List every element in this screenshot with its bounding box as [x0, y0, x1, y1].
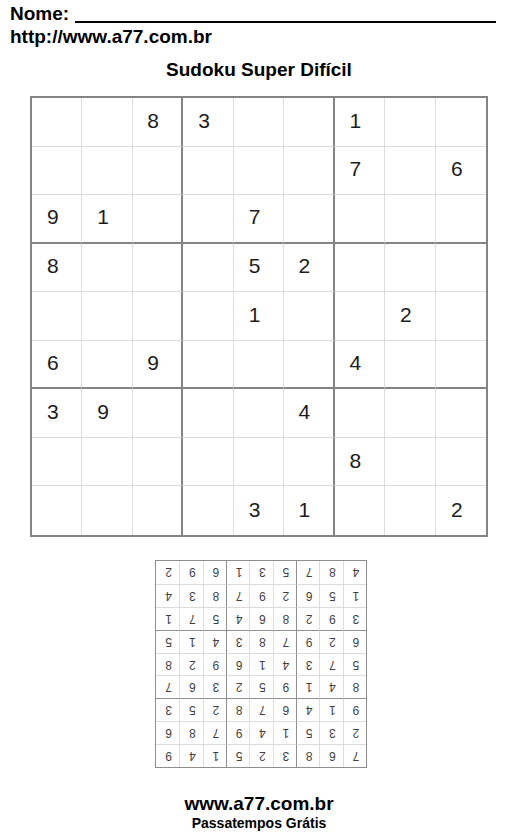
puzzle-cell-r9c8[interactable]: [385, 486, 435, 535]
solution-cell-r7c8: 7: [179, 607, 202, 630]
solution-cell-r9c6: 1: [226, 561, 249, 584]
solution-cell-r3c7: 2: [203, 698, 226, 721]
puzzle-cell-digit: 7: [350, 157, 362, 181]
puzzle-cell-r6c3: 9: [133, 341, 183, 390]
solution-cell-r8c3: 6: [296, 584, 319, 607]
solution-cell-r2c2: 3: [319, 721, 342, 744]
puzzle-cell-r8c1[interactable]: [32, 438, 82, 487]
solution-cell-digit: 8: [283, 612, 290, 626]
puzzle-cell-r2c8[interactable]: [385, 147, 435, 196]
solution-cell-digit: 8: [189, 726, 196, 740]
solution-cell-digit: 6: [189, 680, 196, 694]
solution-cell-r9c8: 9: [179, 561, 202, 584]
solution-cell-r1c5: 2: [249, 744, 272, 767]
puzzle-cell-digit: 3: [47, 400, 59, 424]
solution-cell-r6c1: 6: [343, 630, 366, 653]
puzzle-cell-r6c4[interactable]: [183, 341, 233, 390]
solution-cell-digit: 7: [189, 612, 196, 626]
solution-cell-r6c8: 1: [179, 630, 202, 653]
solution-cell-r4c6: 2: [226, 675, 249, 698]
puzzle-cell-r2c2[interactable]: [82, 147, 132, 196]
puzzle-cell-r7c1: 3: [32, 389, 82, 438]
puzzle-cell-r3c7[interactable]: [335, 195, 385, 244]
puzzle-cell-r9c1[interactable]: [32, 486, 82, 535]
puzzle-cell-r6c7: 4: [335, 341, 385, 390]
solution-cell-digit: 3: [353, 612, 360, 626]
puzzle-cell-r2c3[interactable]: [133, 147, 183, 196]
puzzle-cell-r1c1[interactable]: [32, 98, 82, 147]
solution-cell-digit: 3: [259, 565, 266, 579]
puzzle-cell-digit: 2: [451, 498, 463, 522]
puzzle-cell-r2c1[interactable]: [32, 147, 82, 196]
solution-cell-digit: 1: [189, 635, 196, 649]
solution-cell-r2c4: 1: [273, 721, 296, 744]
puzzle-cell-r1c3: 8: [133, 98, 183, 147]
puzzle-cell-digit: 1: [299, 498, 311, 522]
solution-cell-r3c3: 4: [296, 698, 319, 721]
puzzle-cell-r5c4[interactable]: [183, 292, 233, 341]
solution-cell-digit: 3: [213, 680, 220, 694]
sudoku-solution-grid-rotated: 7683251492351497869146782538419523675734…: [155, 560, 367, 768]
solution-cell-r5c3: 3: [296, 653, 319, 676]
puzzle-cell-r1c2[interactable]: [82, 98, 132, 147]
solution-cell-r3c8: 5: [179, 698, 202, 721]
solution-cell-r4c2: 4: [319, 675, 342, 698]
solution-cell-digit: 4: [306, 703, 313, 717]
solution-cell-digit: 5: [329, 589, 336, 603]
solution-cell-digit: 1: [213, 749, 220, 763]
puzzle-cell-r7c4[interactable]: [183, 389, 233, 438]
puzzle-cell-r8c9[interactable]: [436, 438, 486, 487]
solution-cell-r5c4: 4: [273, 653, 296, 676]
solution-cell-digit: 3: [329, 726, 336, 740]
solution-cell-digit: 9: [353, 703, 360, 717]
puzzle-cell-r3c9[interactable]: [436, 195, 486, 244]
solution-cell-r9c4: 5: [273, 561, 296, 584]
name-input-line[interactable]: [75, 4, 496, 23]
solution-cell-r7c4: 8: [273, 607, 296, 630]
solution-cell-r4c9: 7: [156, 675, 179, 698]
puzzle-cell-r6c9[interactable]: [436, 341, 486, 390]
puzzle-cell-r2c4[interactable]: [183, 147, 233, 196]
solution-cell-r5c9: 8: [156, 653, 179, 676]
solution-cell-digit: 2: [283, 589, 290, 603]
solution-cell-digit: 4: [283, 658, 290, 672]
puzzle-cell-r1c7: 1: [335, 98, 385, 147]
solution-cell-r1c2: 6: [319, 744, 342, 767]
solution-cell-digit: 4: [165, 589, 172, 603]
solution-cell-r2c3: 5: [296, 721, 319, 744]
puzzle-cell-r4c7[interactable]: [335, 244, 385, 293]
solution-cell-r7c5: 6: [249, 607, 272, 630]
puzzle-cell-r9c2[interactable]: [82, 486, 132, 535]
solution-cell-digit: 4: [259, 726, 266, 740]
solution-cell-digit: 7: [259, 703, 266, 717]
puzzle-cell-digit: 6: [451, 157, 463, 181]
puzzle-cell-r8c7: 8: [335, 438, 385, 487]
puzzle-cell-r2c5[interactable]: [234, 147, 284, 196]
solution-cell-digit: 5: [283, 565, 290, 579]
solution-cell-digit: 8: [306, 749, 313, 763]
puzzle-cell-r8c3[interactable]: [133, 438, 183, 487]
puzzle-cell-r5c9[interactable]: [436, 292, 486, 341]
puzzle-cell-r4c5: 5: [234, 244, 284, 293]
solution-cell-digit: 8: [165, 658, 172, 672]
puzzle-cell-r6c6[interactable]: [284, 341, 334, 390]
solution-cell-digit: 9: [283, 680, 290, 694]
solution-cell-digit: 6: [165, 726, 172, 740]
puzzle-cell-r8c2[interactable]: [82, 438, 132, 487]
puzzle-cell-r7c3[interactable]: [133, 389, 183, 438]
solution-cell-r1c4: 3: [273, 744, 296, 767]
puzzle-cell-r2c7: 7: [335, 147, 385, 196]
puzzle-cell-r3c3[interactable]: [133, 195, 183, 244]
solution-cell-r8c2: 5: [319, 584, 342, 607]
solution-cell-digit: 7: [236, 589, 243, 603]
solution-cell-r2c6: 9: [226, 721, 249, 744]
solution-cell-r3c2: 1: [319, 698, 342, 721]
puzzle-cell-digit: 3: [198, 109, 210, 133]
puzzle-cell-r9c9: 2: [436, 486, 486, 535]
solution-cell-digit: 2: [259, 749, 266, 763]
footer-site-text: www.a77.com.br: [0, 793, 518, 815]
puzzle-cell-r2c6[interactable]: [284, 147, 334, 196]
solution-cell-r6c6: 3: [226, 630, 249, 653]
solution-cell-r9c3: 7: [296, 561, 319, 584]
solution-cell-digit: 2: [329, 635, 336, 649]
puzzle-cell-r9c4[interactable]: [183, 486, 233, 535]
puzzle-cell-r3c8[interactable]: [385, 195, 435, 244]
solution-cell-digit: 6: [353, 635, 360, 649]
solution-cell-r7c1: 3: [343, 607, 366, 630]
solution-cell-digit: 3: [306, 658, 313, 672]
solution-cell-r2c9: 6: [156, 721, 179, 744]
puzzle-cell-digit: 1: [350, 109, 362, 133]
solution-cell-r1c3: 8: [296, 744, 319, 767]
puzzle-cell-digit: 8: [350, 449, 362, 473]
solution-cell-digit: 2: [353, 726, 360, 740]
solution-cell-digit: 1: [283, 726, 290, 740]
solution-cell-r8c8: 3: [179, 584, 202, 607]
solution-cell-digit: 9: [213, 658, 220, 672]
solution-cell-r7c7: 5: [203, 607, 226, 630]
solution-cell-digit: 9: [259, 589, 266, 603]
solution-cell-digit: 8: [353, 680, 360, 694]
solution-cell-r4c8: 6: [179, 675, 202, 698]
solution-cell-digit: 7: [306, 565, 313, 579]
solution-cell-digit: 9: [306, 635, 313, 649]
puzzle-cell-digit: 2: [400, 303, 412, 327]
solution-cell-digit: 9: [189, 565, 196, 579]
solution-cell-r7c9: 1: [156, 607, 179, 630]
solution-cell-digit: 9: [329, 612, 336, 626]
solution-cell-r6c7: 4: [203, 630, 226, 653]
site-url-text: http://www.a77.com.br: [10, 26, 212, 48]
puzzle-cell-r4c6: 2: [284, 244, 334, 293]
solution-cell-digit: 1: [306, 680, 313, 694]
solution-cell-digit: 8: [213, 589, 220, 603]
solution-cell-digit: 3: [189, 589, 196, 603]
puzzle-cell-r3c5: 7: [234, 195, 284, 244]
solution-cell-r1c9: 9: [156, 744, 179, 767]
puzzle-cell-r6c5[interactable]: [234, 341, 284, 390]
puzzle-cell-r6c8[interactable]: [385, 341, 435, 390]
puzzle-cell-r4c4[interactable]: [183, 244, 233, 293]
puzzle-cell-r3c2: 1: [82, 195, 132, 244]
solution-cell-r4c5: 5: [249, 675, 272, 698]
solution-cell-r7c3: 2: [296, 607, 319, 630]
puzzle-cell-r5c2[interactable]: [82, 292, 132, 341]
puzzle-cell-r3c6[interactable]: [284, 195, 334, 244]
solution-cell-r9c7: 6: [203, 561, 226, 584]
puzzle-cell-r9c3[interactable]: [133, 486, 183, 535]
solution-cell-r6c2: 2: [319, 630, 342, 653]
solution-cell-digit: 8: [329, 565, 336, 579]
solution-cell-r5c8: 2: [179, 653, 202, 676]
solution-cell-r2c1: 2: [343, 721, 366, 744]
solution-cell-digit: 1: [259, 658, 266, 672]
puzzle-cell-r6c1: 6: [32, 341, 82, 390]
solution-cell-digit: 4: [236, 612, 243, 626]
puzzle-cell-digit: 5: [249, 254, 261, 278]
puzzle-cell-r4c8[interactable]: [385, 244, 435, 293]
puzzle-cell-r8c6[interactable]: [284, 438, 334, 487]
solution-cell-r3c9: 3: [156, 698, 179, 721]
solution-cell-r9c5: 3: [249, 561, 272, 584]
puzzle-cell-r7c2: 9: [82, 389, 132, 438]
solution-cell-digit: 7: [213, 726, 220, 740]
puzzle-cell-r4c2[interactable]: [82, 244, 132, 293]
solution-cell-digit: 4: [329, 680, 336, 694]
puzzle-cell-r2c9: 6: [436, 147, 486, 196]
solution-cell-digit: 2: [306, 612, 313, 626]
solution-cell-r5c5: 1: [249, 653, 272, 676]
puzzle-cell-r3c1: 9: [32, 195, 82, 244]
puzzle-cell-r5c5: 1: [234, 292, 284, 341]
name-label: Nome:: [10, 3, 69, 25]
solution-cell-digit: 4: [213, 635, 220, 649]
solution-cell-digit: 2: [165, 565, 172, 579]
puzzle-cell-r6c2[interactable]: [82, 341, 132, 390]
puzzle-cell-digit: 9: [97, 400, 109, 424]
solution-cell-r4c7: 3: [203, 675, 226, 698]
solution-cell-digit: 5: [306, 726, 313, 740]
solution-cell-digit: 5: [165, 635, 172, 649]
solution-cell-r1c6: 5: [226, 744, 249, 767]
puzzle-cell-digit: 4: [299, 400, 311, 424]
puzzle-cell-r9c5: 3: [234, 486, 284, 535]
puzzle-cell-r7c5[interactable]: [234, 389, 284, 438]
solution-cell-r4c4: 9: [273, 675, 296, 698]
solution-cell-digit: 8: [259, 635, 266, 649]
puzzle-cell-r7c8[interactable]: [385, 389, 435, 438]
solution-cell-r1c7: 1: [203, 744, 226, 767]
solution-cell-digit: 7: [329, 658, 336, 672]
solution-cell-r6c9: 5: [156, 630, 179, 653]
solution-cell-r5c7: 9: [203, 653, 226, 676]
solution-cell-digit: 6: [329, 749, 336, 763]
puzzle-cell-r4c3[interactable]: [133, 244, 183, 293]
solution-cell-digit: 5: [236, 749, 243, 763]
puzzle-cell-r8c5[interactable]: [234, 438, 284, 487]
footer: www.a77.com.br Passatempos Grátis: [0, 793, 518, 832]
puzzle-cell-digit: 1: [97, 205, 109, 229]
puzzle-cell-r5c1[interactable]: [32, 292, 82, 341]
solution-cell-digit: 6: [259, 612, 266, 626]
sudoku-puzzle-grid: 83176917852126943948312: [30, 96, 488, 537]
solution-cell-digit: 1: [236, 565, 243, 579]
puzzle-cell-r9c6: 1: [284, 486, 334, 535]
solution-cell-r6c3: 9: [296, 630, 319, 653]
solution-cell-digit: 5: [353, 658, 360, 672]
solution-cell-r6c5: 8: [249, 630, 272, 653]
solution-cell-digit: 7: [353, 749, 360, 763]
solution-cell-digit: 3: [165, 703, 172, 717]
puzzle-cell-r9c7[interactable]: [335, 486, 385, 535]
solution-cell-digit: 6: [213, 565, 220, 579]
solution-cell-digit: 7: [283, 635, 290, 649]
solution-cell-r4c1: 8: [343, 675, 366, 698]
puzzle-cell-r5c7[interactable]: [335, 292, 385, 341]
solution-cell-r3c4: 6: [273, 698, 296, 721]
solution-cell-r2c5: 4: [249, 721, 272, 744]
puzzle-cell-digit: 2: [299, 254, 311, 278]
solution-cell-digit: 6: [306, 589, 313, 603]
puzzle-cell-digit: 9: [47, 205, 59, 229]
puzzle-cell-r1c9[interactable]: [436, 98, 486, 147]
puzzle-cell-r7c9[interactable]: [436, 389, 486, 438]
puzzle-cell-r3c4[interactable]: [183, 195, 233, 244]
puzzle-cell-digit: 4: [350, 351, 362, 375]
solution-cell-r9c2: 8: [319, 561, 342, 584]
puzzle-cell-r4c1: 8: [32, 244, 82, 293]
solution-cell-r3c6: 8: [226, 698, 249, 721]
puzzle-cell-digit: 6: [47, 351, 59, 375]
solution-cell-r9c1: 4: [343, 561, 366, 584]
solution-cell-r5c1: 5: [343, 653, 366, 676]
puzzle-cell-r7c6: 4: [284, 389, 334, 438]
solution-cell-r8c7: 8: [203, 584, 226, 607]
solution-cell-digit: 4: [353, 565, 360, 579]
puzzle-cell-r8c8[interactable]: [385, 438, 435, 487]
puzzle-title: Sudoku Super Difícil: [0, 59, 518, 81]
solution-cell-digit: 3: [236, 635, 243, 649]
puzzle-cell-digit: 7: [249, 205, 261, 229]
solution-cell-r8c6: 7: [226, 584, 249, 607]
solution-cell-digit: 5: [213, 612, 220, 626]
solution-cell-digit: 2: [189, 658, 196, 672]
solution-cell-digit: 9: [236, 726, 243, 740]
solution-cell-digit: 1: [353, 589, 360, 603]
puzzle-cell-r1c8[interactable]: [385, 98, 435, 147]
puzzle-cell-digit: 1: [249, 303, 261, 327]
solution-cell-r1c1: 7: [343, 744, 366, 767]
puzzle-cell-digit: 8: [147, 109, 159, 133]
puzzle-cell-r7c7[interactable]: [335, 389, 385, 438]
solution-cell-r9c9: 2: [156, 561, 179, 584]
solution-cell-r8c5: 9: [249, 584, 272, 607]
solution-cell-digit: 6: [283, 703, 290, 717]
solution-cell-digit: 2: [213, 703, 220, 717]
solution-cell-digit: 3: [283, 749, 290, 763]
solution-cell-r8c1: 1: [343, 584, 366, 607]
solution-cell-r8c9: 4: [156, 584, 179, 607]
solution-cell-r2c8: 8: [179, 721, 202, 744]
solution-cell-digit: 5: [259, 680, 266, 694]
puzzle-cell-digit: 9: [147, 351, 159, 375]
puzzle-cell-r5c8: 2: [385, 292, 435, 341]
puzzle-cell-r8c4[interactable]: [183, 438, 233, 487]
puzzle-cell-r5c3[interactable]: [133, 292, 183, 341]
puzzle-cell-r1c5[interactable]: [234, 98, 284, 147]
puzzle-cell-r5c6[interactable]: [284, 292, 334, 341]
puzzle-cell-r1c6[interactable]: [284, 98, 334, 147]
puzzle-cell-r4c9[interactable]: [436, 244, 486, 293]
solution-cell-r4c3: 1: [296, 675, 319, 698]
solution-cell-digit: 9: [165, 749, 172, 763]
solution-cell-digit: 1: [165, 612, 172, 626]
solution-cell-r6c4: 7: [273, 630, 296, 653]
solution-cell-r7c6: 4: [226, 607, 249, 630]
solution-cell-digit: 5: [189, 703, 196, 717]
solution-cell-r3c1: 9: [343, 698, 366, 721]
solution-cell-digit: 7: [165, 680, 172, 694]
solution-cell-digit: 6: [236, 658, 243, 672]
solution-cell-r1c8: 4: [179, 744, 202, 767]
puzzle-cell-r1c4: 3: [183, 98, 233, 147]
footer-tagline-text: Passatempos Grátis: [0, 815, 518, 832]
solution-cell-digit: 8: [236, 703, 243, 717]
puzzle-cell-digit: 8: [47, 254, 59, 278]
puzzle-cell-digit: 3: [249, 498, 261, 522]
solution-cell-r7c2: 9: [319, 607, 342, 630]
solution-cell-r5c2: 7: [319, 653, 342, 676]
solution-cell-digit: 4: [189, 749, 196, 763]
solution-cell-digit: 2: [236, 680, 243, 694]
solution-cell-digit: 1: [329, 703, 336, 717]
solution-cell-r5c6: 6: [226, 653, 249, 676]
solution-cell-r3c5: 7: [249, 698, 272, 721]
solution-cell-r2c7: 7: [203, 721, 226, 744]
solution-cell-r8c4: 2: [273, 584, 296, 607]
